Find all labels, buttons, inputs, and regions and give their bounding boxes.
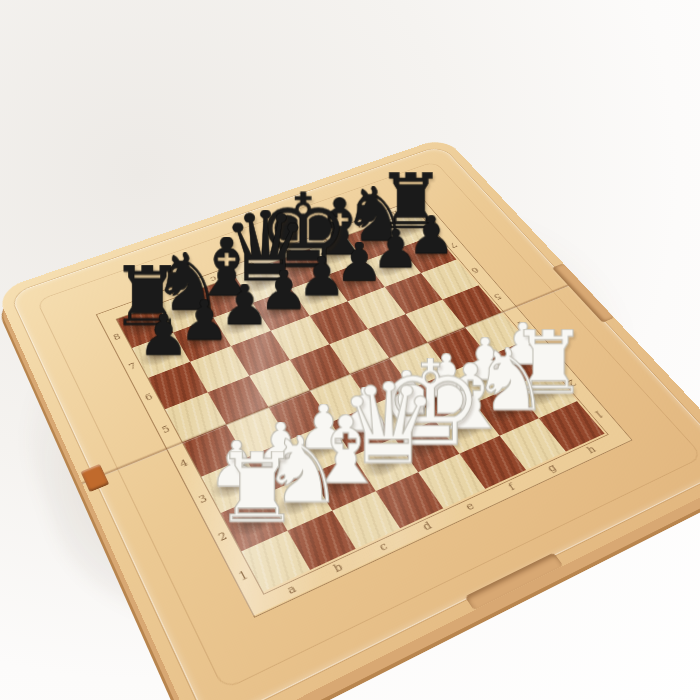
white-rook-glyph: ♜: [134, 452, 380, 527]
perspective-container: aabbccddeeffgghh1122334455667788 ♜♞♝♛♚♝♞…: [0, 0, 700, 700]
scene: aabbccddeeffgghh1122334455667788 ♜♞♝♛♚♝♞…: [0, 0, 700, 700]
chess-case: aabbccddeeffgghh1122334455667788 ♜♞♝♛♚♝♞…: [0, 137, 700, 700]
black-pawn-glyph: ♟: [54, 314, 271, 359]
